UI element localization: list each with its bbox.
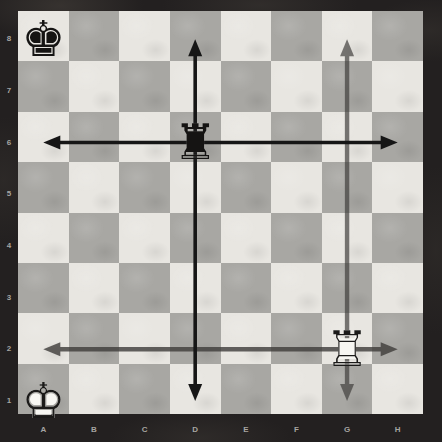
square-c8[interactable]: [119, 11, 170, 61]
file-label-f: F: [286, 425, 306, 434]
square-f1[interactable]: [271, 364, 322, 414]
square-d1[interactable]: [170, 364, 221, 414]
piece-outline-glyph: ♖: [322, 324, 373, 375]
square-c2[interactable]: [119, 313, 170, 363]
square-h1[interactable]: [372, 364, 423, 414]
square-g7[interactable]: [322, 61, 373, 111]
square-f4[interactable]: [271, 213, 322, 263]
square-b6[interactable]: [69, 112, 120, 162]
square-h2[interactable]: [372, 313, 423, 363]
white-king[interactable]: ♚♔: [18, 376, 69, 427]
rank-label-8: 8: [0, 34, 18, 43]
square-d8[interactable]: [170, 11, 221, 61]
square-d4[interactable]: [170, 213, 221, 263]
square-e7[interactable]: [221, 61, 272, 111]
rank-label-5: 5: [0, 189, 18, 198]
square-c7[interactable]: [119, 61, 170, 111]
square-a5[interactable]: [18, 162, 69, 212]
black-rook[interactable]: ♜: [170, 117, 221, 168]
rank-label-2: 2: [0, 344, 18, 353]
square-g6[interactable]: [322, 112, 373, 162]
rank-label-1: 1: [0, 396, 18, 405]
file-label-a: A: [33, 425, 53, 434]
square-b2[interactable]: [69, 313, 120, 363]
square-a7[interactable]: [18, 61, 69, 111]
square-c4[interactable]: [119, 213, 170, 263]
square-c1[interactable]: [119, 364, 170, 414]
square-e1[interactable]: [221, 364, 272, 414]
square-f3[interactable]: [271, 263, 322, 313]
square-c5[interactable]: [119, 162, 170, 212]
square-g3[interactable]: [322, 263, 373, 313]
square-e5[interactable]: [221, 162, 272, 212]
chessboard-frame: ♚♜♜♖♚♔ 87654321 ABCDEFGH: [0, 0, 442, 442]
square-g4[interactable]: [322, 213, 373, 263]
square-f7[interactable]: [271, 61, 322, 111]
square-c6[interactable]: [119, 112, 170, 162]
square-c3[interactable]: [119, 263, 170, 313]
square-f6[interactable]: [271, 112, 322, 162]
file-label-g: G: [337, 425, 357, 434]
piece-outline-glyph: ♔: [18, 376, 69, 427]
square-h4[interactable]: [372, 213, 423, 263]
square-h5[interactable]: [372, 162, 423, 212]
square-h8[interactable]: [372, 11, 423, 61]
square-b7[interactable]: [69, 61, 120, 111]
square-h3[interactable]: [372, 263, 423, 313]
square-e3[interactable]: [221, 263, 272, 313]
square-g8[interactable]: [322, 11, 373, 61]
square-d2[interactable]: [170, 313, 221, 363]
square-e8[interactable]: [221, 11, 272, 61]
square-h7[interactable]: [372, 61, 423, 111]
file-label-c: C: [135, 425, 155, 434]
square-d3[interactable]: [170, 263, 221, 313]
square-b8[interactable]: [69, 11, 120, 61]
square-a3[interactable]: [18, 263, 69, 313]
square-b3[interactable]: [69, 263, 120, 313]
rank-label-4: 4: [0, 241, 18, 250]
square-d7[interactable]: [170, 61, 221, 111]
square-a4[interactable]: [18, 213, 69, 263]
file-label-h: H: [388, 425, 408, 434]
square-f2[interactable]: [271, 313, 322, 363]
square-e6[interactable]: [221, 112, 272, 162]
square-f8[interactable]: [271, 11, 322, 61]
square-h6[interactable]: [372, 112, 423, 162]
square-a2[interactable]: [18, 313, 69, 363]
white-rook[interactable]: ♜♖: [322, 324, 373, 375]
file-label-b: B: [84, 425, 104, 434]
square-b5[interactable]: [69, 162, 120, 212]
file-label-e: E: [236, 425, 256, 434]
rank-label-6: 6: [0, 138, 18, 147]
square-b1[interactable]: [69, 364, 120, 414]
square-g5[interactable]: [322, 162, 373, 212]
square-b4[interactable]: [69, 213, 120, 263]
square-e2[interactable]: [221, 313, 272, 363]
square-a6[interactable]: [18, 112, 69, 162]
square-f5[interactable]: [271, 162, 322, 212]
square-e4[interactable]: [221, 213, 272, 263]
rank-label-7: 7: [0, 86, 18, 95]
rank-label-3: 3: [0, 293, 18, 302]
black-king[interactable]: ♚: [18, 14, 69, 65]
file-label-d: D: [185, 425, 205, 434]
